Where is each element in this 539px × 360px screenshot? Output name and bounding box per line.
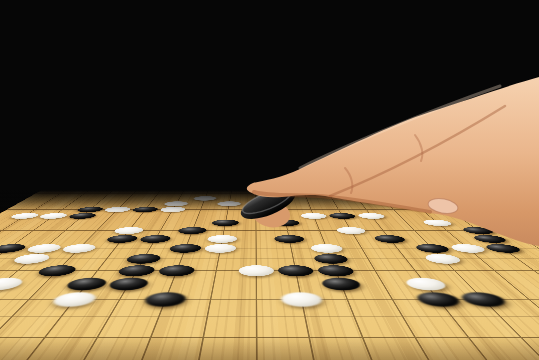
hand-holding-stone [0,0,539,360]
hand-silhouette [247,77,539,246]
go-scene: ●●●●●●●●●●●●●●●●●●●●●●●●●●●●●●●●●●●●●●●●… [0,0,539,360]
